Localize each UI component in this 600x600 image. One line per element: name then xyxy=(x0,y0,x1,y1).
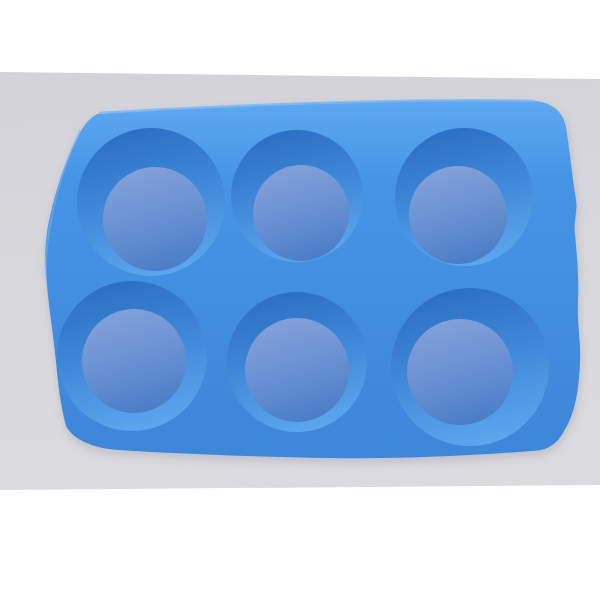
cup-floor-bottom-left xyxy=(82,309,186,413)
cup-floor-top-center xyxy=(253,165,349,261)
cup-floor-bottom-center xyxy=(245,318,349,422)
screenshot xyxy=(0,0,600,600)
muffin-mold-photo xyxy=(0,0,600,600)
cup-floor-top-left xyxy=(103,167,207,271)
cup-floor-top-right xyxy=(409,166,507,264)
cup-floor-bottom-right xyxy=(407,319,513,425)
